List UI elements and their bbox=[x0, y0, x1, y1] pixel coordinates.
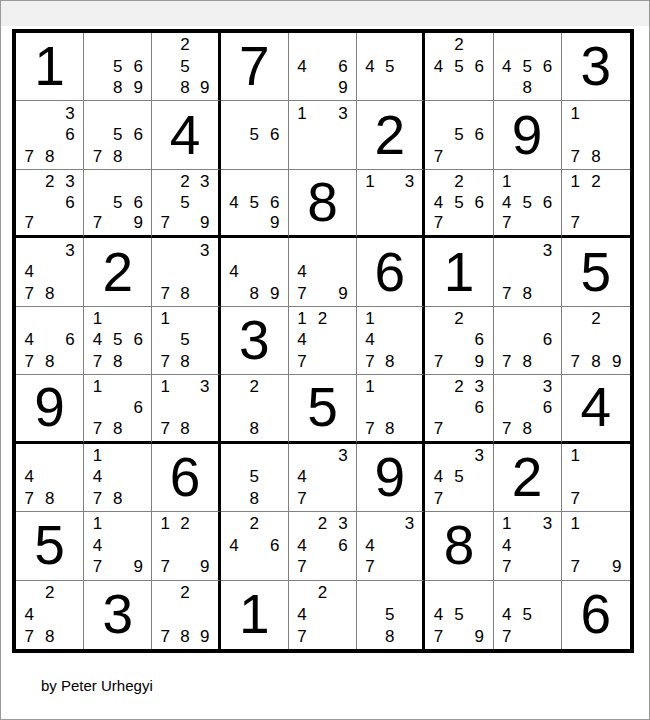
pencil-mark: 6 bbox=[537, 397, 557, 418]
sudoku-cell-r8c2[interactable]: 1479 bbox=[84, 512, 152, 580]
sudoku-cell-r1c9[interactable]: 3 bbox=[562, 33, 630, 101]
pencil-mark bbox=[292, 445, 312, 466]
pencil-mark bbox=[175, 603, 195, 625]
pencil-mark bbox=[517, 308, 537, 329]
pencil-mark: 5 bbox=[108, 329, 128, 350]
pencil-mark-grid: 1378 bbox=[155, 376, 214, 438]
pencil-mark bbox=[517, 556, 537, 577]
pencil-mark bbox=[19, 582, 39, 604]
sudoku-cell-r9c1[interactable]: 2478 bbox=[16, 581, 84, 649]
sudoku-cell-r2c3[interactable]: 4 bbox=[152, 101, 220, 169]
pencil-mark bbox=[537, 213, 557, 234]
pencil-mark: 7 bbox=[428, 488, 448, 509]
pencil-mark-grid: 4579 bbox=[428, 582, 489, 647]
pencil-mark bbox=[428, 77, 448, 98]
pencil-mark bbox=[537, 171, 557, 192]
sudoku-cell-r8c1[interactable]: 5 bbox=[16, 512, 84, 580]
sudoku-cell-r7c5[interactable]: 347 bbox=[289, 444, 357, 512]
pencil-mark-grid: 347 bbox=[360, 513, 419, 577]
pencil-mark bbox=[128, 34, 148, 55]
pencil-mark: 3 bbox=[195, 376, 215, 397]
pencil-mark: 1 bbox=[565, 445, 586, 466]
pencil-mark-grid: 489 bbox=[224, 239, 285, 303]
sudoku-cell-r2c4[interactable]: 56 bbox=[221, 101, 289, 169]
sudoku-cell-r5c2[interactable]: 145678 bbox=[84, 307, 152, 375]
pencil-mark bbox=[224, 513, 244, 534]
pencil-mark bbox=[586, 466, 607, 487]
sudoku-cell-r3c9[interactable]: 127 bbox=[562, 170, 630, 238]
pencil-mark: 6 bbox=[333, 55, 353, 76]
pencil-mark: 9 bbox=[128, 77, 148, 98]
pencil-mark: 1 bbox=[360, 308, 380, 329]
sudoku-cell-r3c4[interactable]: 4569 bbox=[221, 170, 289, 238]
pencil-mark bbox=[537, 603, 557, 625]
pencil-mark bbox=[108, 556, 128, 577]
pencil-mark-grid: 179 bbox=[565, 513, 627, 577]
pencil-mark: 5 bbox=[244, 466, 264, 487]
pencil-mark bbox=[400, 397, 420, 418]
pencil-mark bbox=[565, 466, 586, 487]
sudoku-cell-r2c5[interactable]: 13 bbox=[289, 101, 357, 169]
pencil-mark: 7 bbox=[565, 145, 586, 166]
pencil-mark: 8 bbox=[108, 488, 128, 509]
pencil-mark bbox=[428, 124, 448, 145]
pencil-mark bbox=[128, 445, 148, 466]
given-digit: 1 bbox=[239, 587, 270, 642]
pencil-mark: 5 bbox=[517, 55, 537, 76]
sudoku-cell-r9c9[interactable]: 6 bbox=[562, 581, 630, 649]
pencil-mark: 7 bbox=[565, 351, 586, 372]
sudoku-cell-r5c8[interactable]: 678 bbox=[494, 307, 562, 375]
sudoku-cell-r9c5[interactable]: 247 bbox=[289, 581, 357, 649]
pencil-mark bbox=[195, 535, 215, 556]
pencil-mark bbox=[312, 466, 332, 487]
pencil-mark-grid: 4568 bbox=[497, 34, 558, 98]
pencil-mark: 3 bbox=[469, 445, 489, 466]
sudoku-cell-r2c6[interactable]: 2 bbox=[357, 101, 425, 169]
pencil-mark: 8 bbox=[108, 351, 128, 372]
pencil-mark: 1 bbox=[292, 308, 312, 329]
pencil-mark: 8 bbox=[175, 418, 195, 439]
sudoku-cell-r6c6[interactable]: 178 bbox=[357, 375, 425, 443]
sudoku-cell-r3c2[interactable]: 5679 bbox=[84, 170, 152, 238]
pencil-mark bbox=[517, 34, 537, 55]
pencil-mark-grid: 3678 bbox=[19, 102, 80, 166]
pencil-mark: 8 bbox=[175, 282, 195, 303]
pencil-mark: 7 bbox=[19, 625, 39, 647]
sudoku-cell-r1c7[interactable]: 2456 bbox=[425, 33, 493, 101]
sudoku-cell-r5c6[interactable]: 1478 bbox=[357, 307, 425, 375]
pencil-mark bbox=[244, 535, 264, 556]
sudoku-cell-r6c1[interactable]: 9 bbox=[16, 375, 84, 443]
pencil-mark bbox=[400, 308, 420, 329]
pencil-mark bbox=[312, 124, 332, 145]
sudoku-cell-r4c9[interactable]: 5 bbox=[562, 238, 630, 306]
pencil-mark bbox=[224, 488, 244, 509]
sudoku-cell-r7c9[interactable]: 17 bbox=[562, 444, 630, 512]
sudoku-cell-r8c5[interactable]: 23467 bbox=[289, 512, 357, 580]
sudoku-cell-r8c4[interactable]: 246 bbox=[221, 512, 289, 580]
pencil-mark: 5 bbox=[449, 466, 469, 487]
pencil-mark-grid: 5679 bbox=[87, 171, 148, 233]
pencil-mark bbox=[312, 351, 332, 372]
pencil-mark bbox=[333, 625, 353, 647]
pencil-mark: 3 bbox=[537, 376, 557, 397]
sudoku-cell-r7c3[interactable]: 6 bbox=[152, 444, 220, 512]
sudoku-cell-r5c9[interactable]: 2789 bbox=[562, 307, 630, 375]
pencil-mark: 6 bbox=[128, 397, 148, 418]
pencil-mark bbox=[400, 55, 420, 76]
pencil-mark bbox=[244, 145, 264, 166]
pencil-mark: 8 bbox=[244, 282, 264, 303]
pencil-mark: 7 bbox=[360, 556, 380, 577]
sudoku-cell-r3c3[interactable]: 23579 bbox=[152, 170, 220, 238]
pencil-mark: 9 bbox=[606, 556, 627, 577]
pencil-mark: 4 bbox=[360, 329, 380, 350]
sudoku-cell-r4c1[interactable]: 3478 bbox=[16, 238, 84, 306]
sudoku-cell-r7c8[interactable]: 2 bbox=[494, 444, 562, 512]
pencil-mark bbox=[449, 418, 469, 439]
pencil-mark bbox=[195, 418, 215, 439]
pencil-mark bbox=[586, 513, 607, 534]
given-digit: 9 bbox=[374, 450, 405, 505]
pencil-mark bbox=[155, 34, 175, 55]
pencil-mark bbox=[175, 535, 195, 556]
pencil-mark-grid: 1247 bbox=[292, 308, 353, 372]
sudoku-cell-r4c5[interactable]: 479 bbox=[289, 238, 357, 306]
pencil-mark: 7 bbox=[360, 351, 380, 372]
pencil-mark: 7 bbox=[87, 145, 107, 166]
sudoku-cell-r6c5[interactable]: 5 bbox=[289, 375, 357, 443]
pencil-mark bbox=[537, 625, 557, 647]
sudoku-cell-r1c8[interactable]: 4568 bbox=[494, 33, 562, 101]
pencil-mark bbox=[428, 445, 448, 466]
sudoku-cell-r4c3[interactable]: 378 bbox=[152, 238, 220, 306]
pencil-mark bbox=[264, 397, 284, 418]
sudoku-cell-r4c8[interactable]: 378 bbox=[494, 238, 562, 306]
pencil-mark bbox=[195, 513, 215, 534]
pencil-mark bbox=[108, 34, 128, 55]
byline: by Peter Urhegyi bbox=[41, 677, 153, 694]
pencil-mark bbox=[87, 124, 107, 145]
given-digit: 4 bbox=[581, 380, 612, 435]
pencil-mark-grid: 2679 bbox=[428, 308, 489, 372]
pencil-mark bbox=[380, 77, 400, 98]
sudoku-cell-r5c5[interactable]: 1247 bbox=[289, 307, 357, 375]
pencil-mark bbox=[565, 535, 586, 556]
sudoku-cell-r9c4[interactable]: 1 bbox=[221, 581, 289, 649]
given-digit: 3 bbox=[581, 39, 612, 94]
pencil-mark bbox=[537, 261, 557, 282]
pencil-mark bbox=[39, 213, 59, 234]
pencil-mark-grid: 178 bbox=[360, 376, 419, 438]
pencil-mark: 8 bbox=[39, 351, 59, 372]
pencil-mark bbox=[565, 124, 586, 145]
pencil-mark: 3 bbox=[60, 102, 80, 123]
pencil-mark bbox=[155, 171, 175, 192]
pencil-mark bbox=[537, 34, 557, 55]
pencil-mark bbox=[224, 213, 244, 234]
pencil-mark bbox=[380, 171, 400, 192]
sudoku-cell-r4c2[interactable]: 2 bbox=[84, 238, 152, 306]
pencil-mark: 4 bbox=[428, 55, 448, 76]
pencil-mark bbox=[108, 376, 128, 397]
pencil-mark: 4 bbox=[360, 535, 380, 556]
sudoku-cell-r6c3[interactable]: 1378 bbox=[152, 375, 220, 443]
sudoku-cell-r4c4[interactable]: 489 bbox=[221, 238, 289, 306]
pencil-mark: 4 bbox=[497, 535, 517, 556]
pencil-mark: 1 bbox=[87, 513, 107, 534]
pencil-mark: 7 bbox=[497, 418, 517, 439]
sudoku-cell-r9c3[interactable]: 2789 bbox=[152, 581, 220, 649]
pencil-mark bbox=[537, 351, 557, 372]
pencil-mark bbox=[469, 34, 489, 55]
sudoku-cell-r9c7[interactable]: 4579 bbox=[425, 581, 493, 649]
pencil-mark-grid: 178 bbox=[565, 102, 627, 166]
pencil-mark: 4 bbox=[497, 55, 517, 76]
pencil-mark bbox=[380, 535, 400, 556]
pencil-mark bbox=[60, 603, 80, 625]
sudoku-cell-r8c3[interactable]: 1279 bbox=[152, 512, 220, 580]
pencil-mark: 4 bbox=[292, 535, 312, 556]
sudoku-cell-r8c6[interactable]: 347 bbox=[357, 512, 425, 580]
pencil-mark bbox=[312, 282, 332, 303]
sudoku-cell-r6c2[interactable]: 1678 bbox=[84, 375, 152, 443]
pencil-mark bbox=[244, 239, 264, 260]
pencil-mark bbox=[244, 556, 264, 577]
pencil-mark: 1 bbox=[155, 513, 175, 534]
pencil-mark bbox=[108, 102, 128, 123]
pencil-mark bbox=[195, 603, 215, 625]
pencil-mark: 7 bbox=[19, 488, 39, 509]
sudoku-cell-r1c6[interactable]: 45 bbox=[357, 33, 425, 101]
sudoku-cell-r8c8[interactable]: 1347 bbox=[494, 512, 562, 580]
pencil-mark: 5 bbox=[175, 192, 195, 213]
pencil-mark: 6 bbox=[469, 192, 489, 213]
pencil-mark bbox=[264, 418, 284, 439]
pencil-mark-grid: 678 bbox=[497, 308, 558, 372]
sudoku-cell-r1c1[interactable]: 1 bbox=[16, 33, 84, 101]
pencil-mark bbox=[128, 418, 148, 439]
sudoku-cell-r9c6[interactable]: 58 bbox=[357, 581, 425, 649]
sudoku-cell-r5c4[interactable]: 3 bbox=[221, 307, 289, 375]
pencil-mark bbox=[400, 582, 420, 604]
sudoku-cell-r5c7[interactable]: 2679 bbox=[425, 307, 493, 375]
pencil-mark bbox=[244, 445, 264, 466]
pencil-mark-grid: 1479 bbox=[87, 513, 148, 577]
sudoku-cell-r5c3[interactable]: 1578 bbox=[152, 307, 220, 375]
pencil-mark bbox=[312, 145, 332, 166]
pencil-mark: 4 bbox=[292, 603, 312, 625]
given-digit: 5 bbox=[34, 518, 65, 573]
given-digit: 6 bbox=[581, 587, 612, 642]
pencil-mark: 7 bbox=[497, 213, 517, 234]
pencil-mark bbox=[128, 535, 148, 556]
sudoku-cell-r4c7[interactable]: 1 bbox=[425, 238, 493, 306]
pencil-mark bbox=[312, 77, 332, 98]
pencil-mark bbox=[19, 239, 39, 260]
pencil-mark-grid: 479 bbox=[292, 239, 353, 303]
sudoku-cell-r3c7[interactable]: 24567 bbox=[425, 170, 493, 238]
pencil-mark bbox=[244, 102, 264, 123]
pencil-mark: 7 bbox=[497, 282, 517, 303]
sudoku-cell-r1c5[interactable]: 469 bbox=[289, 33, 357, 101]
pencil-mark-grid: 1279 bbox=[155, 513, 214, 577]
pencil-mark bbox=[449, 102, 469, 123]
pencil-mark bbox=[449, 488, 469, 509]
pencil-mark bbox=[108, 308, 128, 329]
page: 1568925897469452456456833678567845613256… bbox=[0, 0, 650, 720]
pencil-mark: 4 bbox=[224, 192, 244, 213]
pencil-mark bbox=[428, 329, 448, 350]
pencil-mark: 3 bbox=[537, 239, 557, 260]
sudoku-cell-r6c4[interactable]: 28 bbox=[221, 375, 289, 443]
pencil-mark bbox=[128, 351, 148, 372]
pencil-mark bbox=[586, 192, 607, 213]
pencil-mark: 7 bbox=[292, 488, 312, 509]
pencil-mark-grid: 23579 bbox=[155, 171, 214, 233]
pencil-mark-grid: 23467 bbox=[292, 513, 353, 577]
pencil-mark bbox=[312, 55, 332, 76]
pencil-mark: 8 bbox=[175, 351, 195, 372]
pencil-mark: 7 bbox=[19, 145, 39, 166]
pencil-mark bbox=[39, 102, 59, 123]
pencil-mark bbox=[537, 582, 557, 604]
sudoku-cell-r3c6[interactable]: 13 bbox=[357, 170, 425, 238]
pencil-mark bbox=[497, 397, 517, 418]
pencil-mark bbox=[606, 145, 627, 166]
pencil-mark: 3 bbox=[60, 171, 80, 192]
sudoku-cell-r6c7[interactable]: 2367 bbox=[425, 375, 493, 443]
pencil-mark bbox=[108, 171, 128, 192]
pencil-mark-grid: 5678 bbox=[87, 102, 148, 166]
sudoku-cell-r8c9[interactable]: 179 bbox=[562, 512, 630, 580]
sudoku-cell-r1c4[interactable]: 7 bbox=[221, 33, 289, 101]
pencil-mark bbox=[19, 445, 39, 466]
sudoku-cell-r7c4[interactable]: 58 bbox=[221, 444, 289, 512]
pencil-mark bbox=[469, 145, 489, 166]
sudoku-cell-r3c1[interactable]: 2367 bbox=[16, 170, 84, 238]
pencil-mark-grid: 2367 bbox=[19, 171, 80, 233]
sudoku-cell-r1c2[interactable]: 5689 bbox=[84, 33, 152, 101]
sudoku-cell-r3c5[interactable]: 8 bbox=[289, 170, 357, 238]
pencil-mark: 1 bbox=[360, 376, 380, 397]
pencil-mark bbox=[155, 397, 175, 418]
pencil-mark bbox=[195, 582, 215, 604]
given-digit: 7 bbox=[239, 39, 270, 94]
sudoku-cell-r7c6[interactable]: 9 bbox=[357, 444, 425, 512]
pencil-mark: 5 bbox=[517, 603, 537, 625]
pencil-mark bbox=[155, 329, 175, 350]
pencil-mark bbox=[244, 261, 264, 282]
pencil-mark bbox=[292, 124, 312, 145]
pencil-mark: 6 bbox=[469, 329, 489, 350]
pencil-mark bbox=[606, 102, 627, 123]
pencil-mark: 2 bbox=[175, 171, 195, 192]
pencil-mark bbox=[517, 213, 537, 234]
pencil-mark bbox=[400, 34, 420, 55]
pencil-mark bbox=[428, 376, 448, 397]
pencil-mark bbox=[87, 55, 107, 76]
pencil-mark: 4 bbox=[87, 329, 107, 350]
pencil-mark: 2 bbox=[39, 171, 59, 192]
pencil-mark: 4 bbox=[292, 329, 312, 350]
pencil-mark: 6 bbox=[264, 535, 284, 556]
pencil-mark bbox=[606, 488, 627, 509]
sudoku-cell-r1c3[interactable]: 2589 bbox=[152, 33, 220, 101]
sudoku-cell-r4c6[interactable]: 6 bbox=[357, 238, 425, 306]
pencil-mark bbox=[264, 261, 284, 282]
pencil-mark bbox=[517, 329, 537, 350]
pencil-mark: 5 bbox=[449, 192, 469, 213]
sudoku-cell-r6c9[interactable]: 4 bbox=[562, 375, 630, 443]
sudoku-cell-r7c7[interactable]: 3457 bbox=[425, 444, 493, 512]
sudoku-cell-r2c8[interactable]: 9 bbox=[494, 101, 562, 169]
sudoku-cell-r7c2[interactable]: 1478 bbox=[84, 444, 152, 512]
pencil-mark: 1 bbox=[155, 308, 175, 329]
pencil-mark: 1 bbox=[565, 513, 586, 534]
pencil-mark bbox=[128, 376, 148, 397]
sudoku-cell-r7c1[interactable]: 478 bbox=[16, 444, 84, 512]
sudoku-cell-r2c1[interactable]: 3678 bbox=[16, 101, 84, 169]
pencil-mark bbox=[224, 124, 244, 145]
given-digit: 2 bbox=[374, 108, 405, 163]
pencil-mark bbox=[87, 77, 107, 98]
pencil-mark bbox=[380, 213, 400, 234]
sudoku-cell-r3c8[interactable]: 14567 bbox=[494, 170, 562, 238]
sudoku-cell-r9c8[interactable]: 457 bbox=[494, 581, 562, 649]
sudoku-cell-r2c7[interactable]: 567 bbox=[425, 101, 493, 169]
pencil-mark: 7 bbox=[360, 418, 380, 439]
pencil-mark-grid: 247 bbox=[292, 582, 353, 647]
pencil-mark: 3 bbox=[400, 171, 420, 192]
pencil-mark bbox=[195, 329, 215, 350]
pencil-mark bbox=[380, 329, 400, 350]
pencil-mark: 7 bbox=[428, 145, 448, 166]
pencil-mark bbox=[224, 556, 244, 577]
pencil-mark: 3 bbox=[469, 376, 489, 397]
pencil-mark bbox=[195, 261, 215, 282]
pencil-mark bbox=[400, 376, 420, 397]
pencil-mark bbox=[497, 239, 517, 260]
pencil-mark: 7 bbox=[428, 418, 448, 439]
pencil-mark bbox=[449, 77, 469, 98]
pencil-mark bbox=[87, 192, 107, 213]
pencil-mark bbox=[292, 77, 312, 98]
pencil-mark bbox=[537, 308, 557, 329]
sudoku-cell-r2c2[interactable]: 5678 bbox=[84, 101, 152, 169]
pencil-mark bbox=[39, 329, 59, 350]
pencil-mark: 7 bbox=[155, 556, 175, 577]
pencil-mark bbox=[19, 102, 39, 123]
sudoku-cell-r8c7[interactable]: 8 bbox=[425, 512, 493, 580]
pencil-mark: 7 bbox=[19, 351, 39, 372]
pencil-mark bbox=[60, 466, 80, 487]
sudoku-cell-r9c2[interactable]: 3 bbox=[84, 581, 152, 649]
sudoku-cell-r6c8[interactable]: 3678 bbox=[494, 375, 562, 443]
pencil-mark bbox=[360, 397, 380, 418]
pencil-mark: 6 bbox=[333, 535, 353, 556]
pencil-mark: 5 bbox=[108, 124, 128, 145]
pencil-mark: 8 bbox=[175, 77, 195, 98]
pencil-mark bbox=[60, 145, 80, 166]
pencil-mark bbox=[128, 466, 148, 487]
pencil-mark bbox=[87, 102, 107, 123]
sudoku-cell-r2c9[interactable]: 178 bbox=[562, 101, 630, 169]
sudoku-cell-r5c1[interactable]: 4678 bbox=[16, 307, 84, 375]
pencil-mark bbox=[175, 239, 195, 260]
pencil-mark bbox=[224, 466, 244, 487]
